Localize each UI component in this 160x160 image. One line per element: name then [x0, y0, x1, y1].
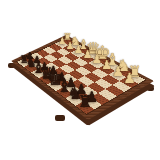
white-pawn-f2[interactable]: ♟ — [101, 60, 112, 72]
black-rook-h8[interactable]: ♜ — [78, 94, 93, 110]
white-pawn-c2[interactable]: ♟ — [74, 45, 83, 55]
white-pawn-h2[interactable]: ♟ — [123, 71, 136, 85]
pieces-layer: ♜♟♞♟♝♟♛♟♟♚♜♟♟♝♞♟♟♞♝♟♟♜♛♟♟♚♟♝♟♞♟♜ — [0, 0, 160, 160]
chess-set-photo: ♜♟♞♟♝♟♛♟♟♚♜♟♟♝♞♟♟♞♝♟♟♜♛♟♟♚♟♝♟♞♟♜ — [0, 0, 160, 160]
